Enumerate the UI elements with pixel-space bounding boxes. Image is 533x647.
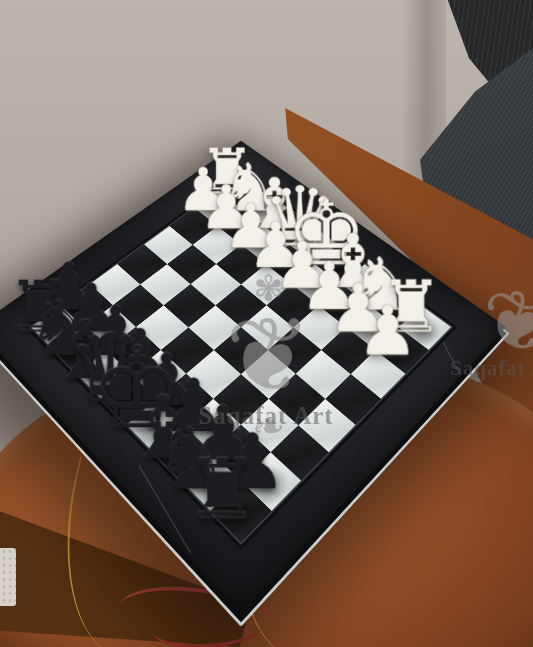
photo-scene: ♜♞♝♛♚♝♞♜♟♟♟♟♟♟♟♟♟♟♟♟♟♟♟♟♜♞♝♛♚♝♞♜ ✾ ❦ ❧ S… [0, 0, 533, 647]
piece-white-pawn: ♟ [357, 298, 418, 366]
piece-black-rook: ♜ [185, 449, 260, 533]
baseboard-heater [0, 548, 16, 606]
